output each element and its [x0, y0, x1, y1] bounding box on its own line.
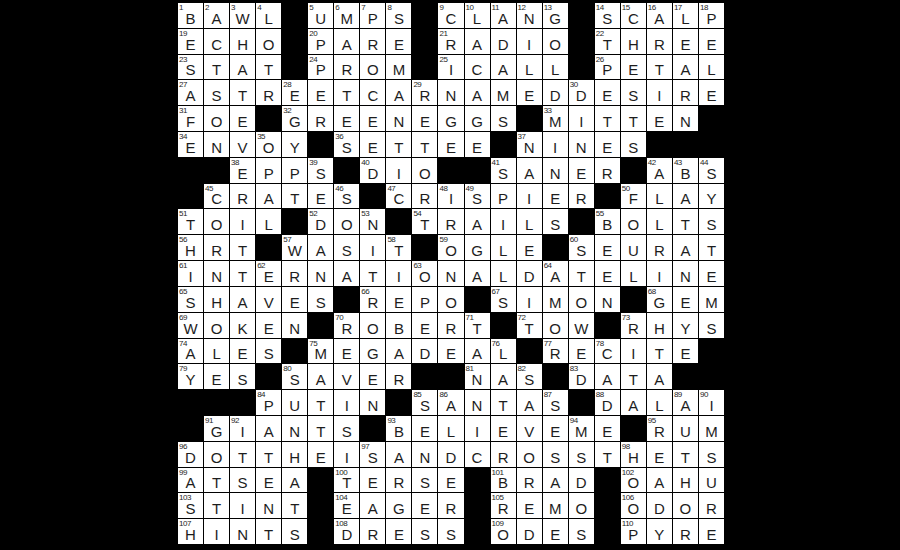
cell-r3c18[interactable]: E	[621, 55, 646, 80]
cell-r13c14[interactable]: 72T	[517, 313, 542, 338]
cell-r18c20[interactable]: T	[673, 442, 698, 467]
cell-r15c19[interactable]: A	[647, 364, 672, 389]
cell-r14c11[interactable]: E	[438, 339, 463, 364]
cell-r8c5[interactable]: T	[282, 184, 307, 209]
cell-r10c21[interactable]: T	[699, 235, 724, 260]
cell-r5c17[interactable]: T	[595, 106, 620, 131]
cell-r12c19[interactable]: 68G	[647, 287, 672, 312]
cell-r16c14[interactable]: A	[517, 390, 542, 415]
cell-r6c1[interactable]: 34E	[178, 132, 203, 157]
cell-r19c7[interactable]: 100T	[334, 468, 359, 493]
cell-r14c12[interactable]: A	[465, 339, 490, 364]
cell-r9c15[interactable]: S	[543, 209, 568, 234]
cell-r9c18[interactable]: O	[621, 209, 646, 234]
cell-r1c9[interactable]: 8S	[386, 3, 411, 28]
cell-r4c3[interactable]: T	[230, 80, 255, 105]
cell-r14c17[interactable]: 78C	[595, 339, 620, 364]
cell-r9c13[interactable]: I	[491, 209, 516, 234]
cell-r1c8[interactable]: 7P	[360, 3, 385, 28]
cell-r16c12[interactable]: N	[465, 390, 490, 415]
cell-r4c17[interactable]: E	[595, 80, 620, 105]
cell-r12c4[interactable]: V	[256, 287, 281, 312]
cell-r9c2[interactable]: O	[204, 209, 229, 234]
cell-r2c14[interactable]: I	[517, 29, 542, 54]
cell-r2c9[interactable]: E	[386, 29, 411, 54]
cell-r2c17[interactable]: 22T	[595, 29, 620, 54]
cell-r8c4[interactable]: A	[256, 184, 281, 209]
cell-r5c7[interactable]: E	[334, 106, 359, 131]
cell-r11c4[interactable]: 62E	[256, 261, 281, 286]
cell-r3c12[interactable]: C	[465, 55, 490, 80]
cell-r6c4[interactable]: 35O	[256, 132, 281, 157]
cell-r18c6[interactable]: E	[308, 442, 333, 467]
cell-r13c21[interactable]: S	[699, 313, 724, 338]
cell-r16c15[interactable]: 87S	[543, 390, 568, 415]
cell-r3c17[interactable]: 26P	[595, 55, 620, 80]
cell-r21c4[interactable]: T	[256, 519, 281, 544]
cell-r8c3[interactable]: R	[230, 184, 255, 209]
cell-r11c21[interactable]: E	[699, 261, 724, 286]
cell-r10c2[interactable]: R	[204, 235, 229, 260]
cell-r18c13[interactable]: R	[491, 442, 516, 467]
cell-r14c8[interactable]: G	[360, 339, 385, 364]
cell-r8c14[interactable]: I	[517, 184, 542, 209]
cell-r20c7[interactable]: 104E	[334, 493, 359, 518]
cell-r20c4[interactable]: N	[256, 493, 281, 518]
cell-r7c9[interactable]: I	[386, 158, 411, 183]
cell-r1c15[interactable]: 13G	[543, 3, 568, 28]
cell-r5c10[interactable]: E	[412, 106, 437, 131]
cell-r6c17[interactable]: E	[595, 132, 620, 157]
cell-r14c20[interactable]: E	[673, 339, 698, 364]
cell-r18c5[interactable]: H	[282, 442, 307, 467]
cell-r13c1[interactable]: 69W	[178, 313, 203, 338]
cell-r15c9[interactable]: R	[386, 364, 411, 389]
cell-r17c9[interactable]: 93B	[386, 416, 411, 441]
cell-r3c19[interactable]: T	[647, 55, 672, 80]
cell-r20c1[interactable]: 103S	[178, 493, 203, 518]
cell-r15c7[interactable]: V	[334, 364, 359, 389]
cell-r8c6[interactable]: E	[308, 184, 333, 209]
cell-r1c6[interactable]: 5U	[308, 3, 333, 28]
cell-r16c10[interactable]: 85S	[412, 390, 437, 415]
cell-r21c20[interactable]: R	[673, 519, 698, 544]
cell-r6c7[interactable]: 36S	[334, 132, 359, 157]
cell-r2c20[interactable]: E	[673, 29, 698, 54]
cell-r18c9[interactable]: A	[386, 442, 411, 467]
cell-r20c18[interactable]: 106O	[621, 493, 646, 518]
cell-r10c19[interactable]: R	[647, 235, 672, 260]
cell-r15c5[interactable]: 80S	[282, 364, 307, 389]
cell-r15c17[interactable]: A	[595, 364, 620, 389]
cell-r9c20[interactable]: T	[673, 209, 698, 234]
cell-r4c11[interactable]: N	[438, 80, 463, 105]
cell-r1c13[interactable]: 11A	[491, 3, 516, 28]
cell-r16c5[interactable]: U	[282, 390, 307, 415]
cell-r18c3[interactable]: T	[230, 442, 255, 467]
cell-r5c12[interactable]: G	[465, 106, 490, 131]
cell-r14c1[interactable]: 74A	[178, 339, 203, 364]
cell-r20c16[interactable]: O	[569, 493, 594, 518]
cell-r2c12[interactable]: A	[465, 29, 490, 54]
cell-r16c7[interactable]: I	[334, 390, 359, 415]
cell-r14c10[interactable]: D	[412, 339, 437, 364]
cell-r18c8[interactable]: 97S	[360, 442, 385, 467]
cell-r1c2[interactable]: 2A	[204, 3, 229, 28]
cell-r21c2[interactable]: I	[204, 519, 229, 544]
cell-r21c7[interactable]: 108D	[334, 519, 359, 544]
cell-r17c14[interactable]: V	[517, 416, 542, 441]
cell-r3c1[interactable]: 23S	[178, 55, 203, 80]
cell-r3c7[interactable]: R	[334, 55, 359, 80]
cell-r21c15[interactable]: E	[543, 519, 568, 544]
cell-r10c9[interactable]: 58T	[386, 235, 411, 260]
cell-r7c10[interactable]: O	[412, 158, 437, 183]
cell-r1c1[interactable]: 1B	[178, 3, 203, 28]
cell-r10c20[interactable]: A	[673, 235, 698, 260]
cell-r12c13[interactable]: 67S	[491, 287, 516, 312]
cell-r20c21[interactable]: R	[699, 493, 724, 518]
cell-r9c6[interactable]: 52D	[308, 209, 333, 234]
cell-r11c16[interactable]: T	[569, 261, 594, 286]
cell-r10c1[interactable]: 56H	[178, 235, 203, 260]
cell-r14c2[interactable]: L	[204, 339, 229, 364]
cell-r15c13[interactable]: A	[491, 364, 516, 389]
cell-r5c20[interactable]: N	[673, 106, 698, 131]
cell-r11c5[interactable]: R	[282, 261, 307, 286]
cell-r14c6[interactable]: 75M	[308, 339, 333, 364]
cell-r13c11[interactable]: R	[438, 313, 463, 338]
cell-r4c5[interactable]: 28E	[282, 80, 307, 105]
cell-r4c2[interactable]: S	[204, 80, 229, 105]
cell-r8c11[interactable]: 48I	[438, 184, 463, 209]
cell-r20c14[interactable]: E	[517, 493, 542, 518]
cell-r13c10[interactable]: E	[412, 313, 437, 338]
cell-r19c4[interactable]: E	[256, 468, 281, 493]
cell-r5c5[interactable]: 32G	[282, 106, 307, 131]
cell-r11c1[interactable]: 61I	[178, 261, 203, 286]
cell-r17c17[interactable]: E	[595, 416, 620, 441]
cell-r17c2[interactable]: 91G	[204, 416, 229, 441]
cell-r7c20[interactable]: 43B	[673, 158, 698, 183]
cell-r8c7[interactable]: 46S	[334, 184, 359, 209]
cell-r9c11[interactable]: R	[438, 209, 463, 234]
cell-r7c4[interactable]: P	[256, 158, 281, 183]
cell-r20c11[interactable]: R	[438, 493, 463, 518]
cell-r11c13[interactable]: L	[491, 261, 516, 286]
cell-r10c5[interactable]: 57W	[282, 235, 307, 260]
cell-r11c6[interactable]: N	[308, 261, 333, 286]
cell-r21c19[interactable]: Y	[647, 519, 672, 544]
cell-r13c2[interactable]: O	[204, 313, 229, 338]
cell-r19c5[interactable]: A	[282, 468, 307, 493]
cell-r18c1[interactable]: 96D	[178, 442, 203, 467]
cell-r21c21[interactable]: E	[699, 519, 724, 544]
cell-r21c11[interactable]: S	[438, 519, 463, 544]
cell-r5c1[interactable]: 31F	[178, 106, 203, 131]
cell-r13c7[interactable]: 70R	[334, 313, 359, 338]
cell-r19c18[interactable]: 102O	[621, 468, 646, 493]
cell-r10c17[interactable]: E	[595, 235, 620, 260]
cell-r21c8[interactable]: R	[360, 519, 385, 544]
cell-r1c4[interactable]: 4L	[256, 3, 281, 28]
cell-r4c12[interactable]: A	[465, 80, 490, 105]
cell-r18c18[interactable]: 98H	[621, 442, 646, 467]
cell-r21c16[interactable]: S	[569, 519, 594, 544]
cell-r4c8[interactable]: C	[360, 80, 385, 105]
cell-r9c7[interactable]: O	[334, 209, 359, 234]
cell-r19c9[interactable]: R	[386, 468, 411, 493]
cell-r8c10[interactable]: R	[412, 184, 437, 209]
cell-r8c9[interactable]: 47C	[386, 184, 411, 209]
cell-r1c17[interactable]: 14S	[595, 3, 620, 28]
cell-r17c11[interactable]: L	[438, 416, 463, 441]
cell-r4c20[interactable]: R	[673, 80, 698, 105]
cell-r10c16[interactable]: 60S	[569, 235, 594, 260]
cell-r6c2[interactable]: N	[204, 132, 229, 157]
cell-r6c16[interactable]: N	[569, 132, 594, 157]
cell-r9c4[interactable]: L	[256, 209, 281, 234]
cell-r15c16[interactable]: 83D	[569, 364, 594, 389]
cell-r14c4[interactable]: S	[256, 339, 281, 364]
cell-r8c20[interactable]: A	[673, 184, 698, 209]
cell-r13c18[interactable]: 73R	[621, 313, 646, 338]
cell-r6c5[interactable]: Y	[282, 132, 307, 157]
cell-r17c3[interactable]: 92I	[230, 416, 255, 441]
cell-r13c3[interactable]: K	[230, 313, 255, 338]
cell-r14c18[interactable]: I	[621, 339, 646, 364]
cell-r13c20[interactable]: Y	[673, 313, 698, 338]
cell-r4c9[interactable]: A	[386, 80, 411, 105]
cell-r19c20[interactable]: H	[673, 468, 698, 493]
cell-r15c8[interactable]: E	[360, 364, 385, 389]
cell-r20c20[interactable]: O	[673, 493, 698, 518]
cell-r10c14[interactable]: E	[517, 235, 542, 260]
cell-r6c9[interactable]: T	[386, 132, 411, 157]
cell-r3c20[interactable]: A	[673, 55, 698, 80]
cell-r2c1[interactable]: 19E	[178, 29, 203, 54]
cell-r2c11[interactable]: 21R	[438, 29, 463, 54]
cell-r13c19[interactable]: H	[647, 313, 672, 338]
cell-r8c16[interactable]: R	[569, 184, 594, 209]
cell-r11c14[interactable]: D	[517, 261, 542, 286]
cell-r20c5[interactable]: T	[282, 493, 307, 518]
cell-r17c16[interactable]: 94M	[569, 416, 594, 441]
cell-r5c3[interactable]: E	[230, 106, 255, 131]
cell-r3c9[interactable]: M	[386, 55, 411, 80]
cell-r10c12[interactable]: G	[465, 235, 490, 260]
cell-r10c6[interactable]: A	[308, 235, 333, 260]
cell-r3c4[interactable]: T	[256, 55, 281, 80]
cell-r10c11[interactable]: 59O	[438, 235, 463, 260]
cell-r17c12[interactable]: I	[465, 416, 490, 441]
cell-r18c16[interactable]: S	[569, 442, 594, 467]
cell-r4c4[interactable]: R	[256, 80, 281, 105]
cell-r3c6[interactable]: 24P	[308, 55, 333, 80]
cell-r18c17[interactable]: T	[595, 442, 620, 467]
cell-r12c14[interactable]: I	[517, 287, 542, 312]
cell-r4c6[interactable]: E	[308, 80, 333, 105]
cell-r2c4[interactable]: O	[256, 29, 281, 54]
cell-r17c7[interactable]: S	[334, 416, 359, 441]
cell-r10c18[interactable]: U	[621, 235, 646, 260]
cell-r2c7[interactable]: A	[334, 29, 359, 54]
cell-r17c21[interactable]: M	[699, 416, 724, 441]
cell-r12c5[interactable]: E	[282, 287, 307, 312]
cell-r5c16[interactable]: I	[569, 106, 594, 131]
cell-r13c4[interactable]: E	[256, 313, 281, 338]
cell-r13c12[interactable]: 71T	[465, 313, 490, 338]
cell-r17c15[interactable]: E	[543, 416, 568, 441]
cell-r7c17[interactable]: R	[595, 158, 620, 183]
cell-r11c11[interactable]: N	[438, 261, 463, 286]
cell-r4c18[interactable]: S	[621, 80, 646, 105]
cell-r16c8[interactable]: N	[360, 390, 385, 415]
cell-r11c7[interactable]: A	[334, 261, 359, 286]
cell-r11c10[interactable]: 63O	[412, 261, 437, 286]
cell-r12c17[interactable]: N	[595, 287, 620, 312]
cell-r5c9[interactable]: N	[386, 106, 411, 131]
cell-r7c13[interactable]: 41S	[491, 158, 516, 183]
cell-r6c14[interactable]: 37N	[517, 132, 542, 157]
cell-r8c19[interactable]: L	[647, 184, 672, 209]
cell-r4c7[interactable]: T	[334, 80, 359, 105]
cell-r2c19[interactable]: R	[647, 29, 672, 54]
cell-r2c6[interactable]: 20P	[308, 29, 333, 54]
cell-r19c1[interactable]: 99A	[178, 468, 203, 493]
cell-r17c13[interactable]: E	[491, 416, 516, 441]
cell-r5c8[interactable]: E	[360, 106, 385, 131]
cell-r21c9[interactable]: E	[386, 519, 411, 544]
cell-r3c15[interactable]: L	[543, 55, 568, 80]
cell-r11c12[interactable]: A	[465, 261, 490, 286]
cell-r9c3[interactable]: I	[230, 209, 255, 234]
cell-r1c19[interactable]: 16A	[647, 3, 672, 28]
cell-r5c15[interactable]: 33M	[543, 106, 568, 131]
cell-r1c11[interactable]: 9C	[438, 3, 463, 28]
cell-r9c1[interactable]: 51T	[178, 209, 203, 234]
cell-r15c6[interactable]: A	[308, 364, 333, 389]
cell-r13c16[interactable]: W	[569, 313, 594, 338]
cell-r17c5[interactable]: N	[282, 416, 307, 441]
cell-r14c19[interactable]: T	[647, 339, 672, 364]
cell-r6c12[interactable]: E	[465, 132, 490, 157]
cell-r14c16[interactable]: E	[569, 339, 594, 364]
cell-r19c14[interactable]: R	[517, 468, 542, 493]
cell-r20c15[interactable]: M	[543, 493, 568, 518]
cell-r2c13[interactable]: D	[491, 29, 516, 54]
cell-r18c7[interactable]: I	[334, 442, 359, 467]
cell-r4c19[interactable]: I	[647, 80, 672, 105]
cell-r19c21[interactable]: U	[699, 468, 724, 493]
cell-r16c19[interactable]: L	[647, 390, 672, 415]
cell-r12c20[interactable]: E	[673, 287, 698, 312]
cell-r16c4[interactable]: 84P	[256, 390, 281, 415]
cell-r19c10[interactable]: S	[412, 468, 437, 493]
cell-r12c8[interactable]: 66R	[360, 287, 385, 312]
cell-r11c8[interactable]: T	[360, 261, 385, 286]
cell-r1c14[interactable]: 12N	[517, 3, 542, 28]
cell-r21c10[interactable]: S	[412, 519, 437, 544]
cell-r1c21[interactable]: 18P	[699, 3, 724, 28]
cell-r3c11[interactable]: 25I	[438, 55, 463, 80]
cell-r11c2[interactable]: N	[204, 261, 229, 286]
cell-r1c3[interactable]: 3W	[230, 3, 255, 28]
cell-r13c15[interactable]: O	[543, 313, 568, 338]
cell-r4c14[interactable]: E	[517, 80, 542, 105]
cell-r20c9[interactable]: G	[386, 493, 411, 518]
cell-r15c14[interactable]: 82S	[517, 364, 542, 389]
cell-r4c13[interactable]: M	[491, 80, 516, 105]
cell-r7c19[interactable]: 42A	[647, 158, 672, 183]
cell-r18c14[interactable]: O	[517, 442, 542, 467]
cell-r3c2[interactable]: T	[204, 55, 229, 80]
cell-r11c19[interactable]: I	[647, 261, 672, 286]
cell-r20c13[interactable]: 105R	[491, 493, 516, 518]
cell-r15c18[interactable]: T	[621, 364, 646, 389]
cell-r1c18[interactable]: 15C	[621, 3, 646, 28]
cell-r12c3[interactable]: A	[230, 287, 255, 312]
cell-r14c7[interactable]: E	[334, 339, 359, 364]
cell-r7c5[interactable]: P	[282, 158, 307, 183]
cell-r15c12[interactable]: 81N	[465, 364, 490, 389]
cell-r1c20[interactable]: 17L	[673, 3, 698, 28]
cell-r16c17[interactable]: 88D	[595, 390, 620, 415]
cell-r16c18[interactable]: A	[621, 390, 646, 415]
cell-r15c1[interactable]: 79Y	[178, 364, 203, 389]
cell-r16c6[interactable]: T	[308, 390, 333, 415]
cell-r11c17[interactable]: E	[595, 261, 620, 286]
cell-r12c10[interactable]: P	[412, 287, 437, 312]
cell-r13c5[interactable]: N	[282, 313, 307, 338]
cell-r11c20[interactable]: N	[673, 261, 698, 286]
cell-r12c6[interactable]: S	[308, 287, 333, 312]
cell-r7c3[interactable]: 38E	[230, 158, 255, 183]
cell-r20c2[interactable]: T	[204, 493, 229, 518]
cell-r7c14[interactable]: A	[517, 158, 542, 183]
cell-r19c8[interactable]: E	[360, 468, 385, 493]
cell-r11c9[interactable]: I	[386, 261, 411, 286]
cell-r5c6[interactable]: R	[308, 106, 333, 131]
cell-r3c3[interactable]: A	[230, 55, 255, 80]
cell-r11c15[interactable]: 64A	[543, 261, 568, 286]
cell-r9c17[interactable]: 55B	[595, 209, 620, 234]
cell-r21c13[interactable]: 109O	[491, 519, 516, 544]
cell-r2c3[interactable]: H	[230, 29, 255, 54]
cell-r5c19[interactable]: E	[647, 106, 672, 131]
cell-r7c6[interactable]: 39S	[308, 158, 333, 183]
cell-r3c14[interactable]: L	[517, 55, 542, 80]
cell-r3c8[interactable]: O	[360, 55, 385, 80]
cell-r11c3[interactable]: T	[230, 261, 255, 286]
cell-r7c15[interactable]: N	[543, 158, 568, 183]
cell-r9c10[interactable]: 54T	[412, 209, 437, 234]
cell-r15c3[interactable]: S	[230, 364, 255, 389]
cell-r14c3[interactable]: E	[230, 339, 255, 364]
cell-r3c13[interactable]: A	[491, 55, 516, 80]
cell-r21c3[interactable]: N	[230, 519, 255, 544]
cell-r17c4[interactable]: A	[256, 416, 281, 441]
cell-r20c8[interactable]: A	[360, 493, 385, 518]
cell-r5c2[interactable]: O	[204, 106, 229, 131]
cell-r8c15[interactable]: E	[543, 184, 568, 209]
cell-r4c10[interactable]: 29R	[412, 80, 437, 105]
cell-r20c19[interactable]: D	[647, 493, 672, 518]
cell-r12c15[interactable]: M	[543, 287, 568, 312]
cell-r9c21[interactable]: S	[699, 209, 724, 234]
cell-r20c3[interactable]: I	[230, 493, 255, 518]
cell-r20c10[interactable]: E	[412, 493, 437, 518]
